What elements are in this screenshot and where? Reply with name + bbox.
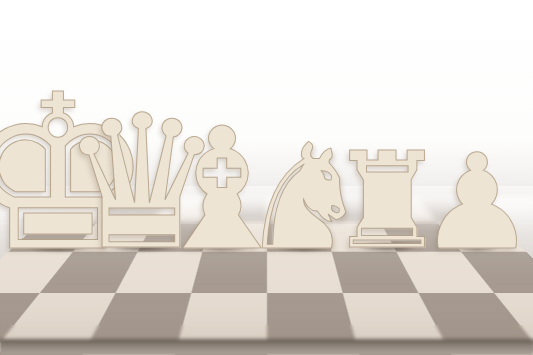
board-square [210, 197, 266, 221]
board-square [202, 221, 267, 252]
studio-backdrop [0, 0, 533, 200]
board-square [267, 252, 343, 293]
board-square [191, 252, 267, 293]
board-square [267, 197, 323, 221]
chess-board [0, 197, 533, 355]
chess-product-photo: ♚♛♝♞♜♟ [0, 0, 533, 355]
board-square [267, 221, 332, 252]
board-front-edge [0, 339, 533, 355]
